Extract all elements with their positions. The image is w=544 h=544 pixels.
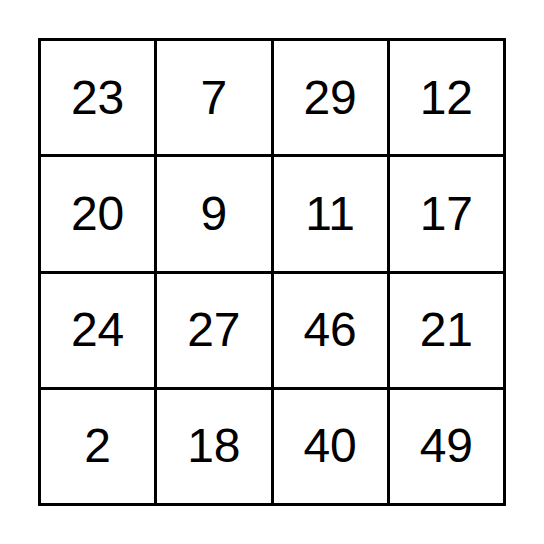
- cell-r3-c1[interactable]: 18: [157, 390, 270, 503]
- cell-r0-c1[interactable]: 7: [157, 41, 270, 154]
- cell-r2-c3[interactable]: 21: [390, 274, 503, 387]
- cell-r1-c3[interactable]: 17: [390, 157, 503, 270]
- cell-r1-c2[interactable]: 11: [274, 157, 387, 270]
- cell-r0-c2[interactable]: 29: [274, 41, 387, 154]
- cell-r3-c3[interactable]: 49: [390, 390, 503, 503]
- cell-r1-c0[interactable]: 20: [41, 157, 154, 270]
- cell-r3-c0[interactable]: 2: [41, 390, 154, 503]
- cell-r3-c2[interactable]: 40: [274, 390, 387, 503]
- cell-r2-c1[interactable]: 27: [157, 274, 270, 387]
- number-grid-board: 23 7 29 12 20 9 11 17 24 27 46 21 2 18 4…: [38, 38, 506, 506]
- cell-r1-c1[interactable]: 9: [157, 157, 270, 270]
- cell-r0-c3[interactable]: 12: [390, 41, 503, 154]
- cell-r2-c2[interactable]: 46: [274, 274, 387, 387]
- cell-r0-c0[interactable]: 23: [41, 41, 154, 154]
- cell-r2-c0[interactable]: 24: [41, 274, 154, 387]
